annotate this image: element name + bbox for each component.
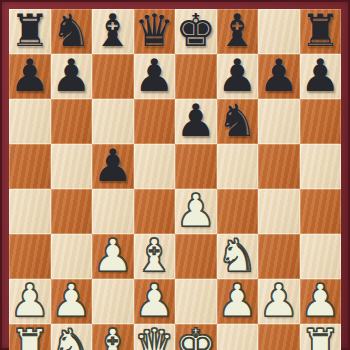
square-e1[interactable]: ♚ — [175, 324, 217, 350]
black-knight-b8[interactable]: ♞ — [51, 8, 91, 53]
square-c1[interactable]: ♝ — [92, 324, 134, 350]
square-c2[interactable] — [92, 279, 134, 324]
square-d5[interactable] — [134, 144, 176, 189]
white-knight-b1[interactable]: ♞ — [51, 323, 91, 350]
square-b6[interactable] — [51, 99, 93, 144]
square-a4[interactable] — [9, 189, 51, 234]
square-b4[interactable] — [51, 189, 93, 234]
square-a6[interactable] — [9, 99, 51, 144]
square-e5[interactable] — [175, 144, 217, 189]
black-pawn-c5[interactable]: ♟ — [93, 143, 133, 188]
square-g6[interactable] — [258, 99, 300, 144]
white-rook-a1[interactable]: ♜ — [10, 323, 50, 350]
square-g7[interactable]: ♟ — [258, 54, 300, 99]
black-bishop-c8[interactable]: ♝ — [93, 8, 133, 53]
white-bishop-c1[interactable]: ♝ — [93, 323, 133, 350]
square-e8[interactable]: ♚ — [175, 9, 217, 54]
square-f4[interactable] — [217, 189, 259, 234]
square-g1[interactable] — [258, 324, 300, 350]
square-g5[interactable] — [258, 144, 300, 189]
square-h3[interactable] — [300, 234, 342, 279]
square-f1[interactable] — [217, 324, 259, 350]
square-h2[interactable]: ♟ — [300, 279, 342, 324]
white-king-e1[interactable]: ♚ — [176, 323, 216, 350]
white-rook-h1[interactable]: ♜ — [300, 323, 340, 350]
square-a5[interactable] — [9, 144, 51, 189]
square-g3[interactable] — [258, 234, 300, 279]
square-c6[interactable] — [92, 99, 134, 144]
square-e6[interactable]: ♟ — [175, 99, 217, 144]
square-a7[interactable]: ♟ — [9, 54, 51, 99]
square-a8[interactable]: ♜ — [9, 9, 51, 54]
white-pawn-c3[interactable]: ♟ — [93, 233, 133, 278]
white-pawn-e4[interactable]: ♟ — [176, 188, 216, 233]
black-queen-d8[interactable]: ♛ — [134, 8, 174, 53]
square-f6[interactable]: ♞ — [217, 99, 259, 144]
square-a1[interactable]: ♜ — [9, 324, 51, 350]
board-frame: ♜♞♝♛♚♝♜♟♟♟♟♟♟♟♞♟♟♟♝♞♟♟♟♟♟♟♜♞♝♛♚♜ — [0, 0, 350, 350]
square-c7[interactable] — [92, 54, 134, 99]
square-h4[interactable] — [300, 189, 342, 234]
square-h6[interactable] — [300, 99, 342, 144]
square-c5[interactable]: ♟ — [92, 144, 134, 189]
square-f5[interactable] — [217, 144, 259, 189]
square-a2[interactable]: ♟ — [9, 279, 51, 324]
black-pawn-d7[interactable]: ♟ — [134, 53, 174, 98]
black-pawn-a7[interactable]: ♟ — [10, 53, 50, 98]
square-d2[interactable]: ♟ — [134, 279, 176, 324]
square-d3[interactable]: ♝ — [134, 234, 176, 279]
square-b1[interactable]: ♞ — [51, 324, 93, 350]
square-g8[interactable] — [258, 9, 300, 54]
square-d7[interactable]: ♟ — [134, 54, 176, 99]
white-pawn-a2[interactable]: ♟ — [10, 278, 50, 323]
square-f2[interactable]: ♟ — [217, 279, 259, 324]
black-pawn-e6[interactable]: ♟ — [176, 98, 216, 143]
square-e2[interactable] — [175, 279, 217, 324]
square-d4[interactable] — [134, 189, 176, 234]
black-pawn-f7[interactable]: ♟ — [217, 53, 257, 98]
square-g4[interactable] — [258, 189, 300, 234]
square-e7[interactable] — [175, 54, 217, 99]
square-b2[interactable]: ♟ — [51, 279, 93, 324]
square-c8[interactable]: ♝ — [92, 9, 134, 54]
square-e4[interactable]: ♟ — [175, 189, 217, 234]
white-knight-f3[interactable]: ♞ — [217, 233, 257, 278]
white-pawn-g2[interactable]: ♟ — [259, 278, 299, 323]
square-b7[interactable]: ♟ — [51, 54, 93, 99]
square-e3[interactable] — [175, 234, 217, 279]
square-h5[interactable] — [300, 144, 342, 189]
white-pawn-d2[interactable]: ♟ — [134, 278, 174, 323]
white-queen-d1[interactable]: ♛ — [134, 323, 174, 350]
white-pawn-b2[interactable]: ♟ — [51, 278, 91, 323]
black-knight-f6[interactable]: ♞ — [217, 98, 257, 143]
white-pawn-f2[interactable]: ♟ — [217, 278, 257, 323]
square-d8[interactable]: ♛ — [134, 9, 176, 54]
square-b5[interactable] — [51, 144, 93, 189]
square-c4[interactable] — [92, 189, 134, 234]
square-b8[interactable]: ♞ — [51, 9, 93, 54]
square-f7[interactable]: ♟ — [217, 54, 259, 99]
square-g2[interactable]: ♟ — [258, 279, 300, 324]
square-f8[interactable]: ♝ — [217, 9, 259, 54]
black-rook-h8[interactable]: ♜ — [300, 8, 340, 53]
black-pawn-b7[interactable]: ♟ — [51, 53, 91, 98]
black-rook-a8[interactable]: ♜ — [10, 8, 50, 53]
square-d1[interactable]: ♛ — [134, 324, 176, 350]
square-a3[interactable] — [9, 234, 51, 279]
chess-board: ♜♞♝♛♚♝♜♟♟♟♟♟♟♟♞♟♟♟♝♞♟♟♟♟♟♟♜♞♝♛♚♜ — [9, 9, 341, 341]
chess-app-window: ♜♞♝♛♚♝♜♟♟♟♟♟♟♟♞♟♟♟♝♞♟♟♟♟♟♟♜♞♝♛♚♜ — [0, 0, 350, 350]
square-b3[interactable] — [51, 234, 93, 279]
black-bishop-f8[interactable]: ♝ — [217, 8, 257, 53]
square-h1[interactable]: ♜ — [300, 324, 342, 350]
square-h8[interactable]: ♜ — [300, 9, 342, 54]
white-pawn-h2[interactable]: ♟ — [300, 278, 340, 323]
black-king-e8[interactable]: ♚ — [176, 8, 216, 53]
square-h7[interactable]: ♟ — [300, 54, 342, 99]
black-pawn-g7[interactable]: ♟ — [259, 53, 299, 98]
black-pawn-h7[interactable]: ♟ — [300, 53, 340, 98]
square-d6[interactable] — [134, 99, 176, 144]
square-f3[interactable]: ♞ — [217, 234, 259, 279]
white-bishop-d3[interactable]: ♝ — [134, 233, 174, 278]
square-c3[interactable]: ♟ — [92, 234, 134, 279]
